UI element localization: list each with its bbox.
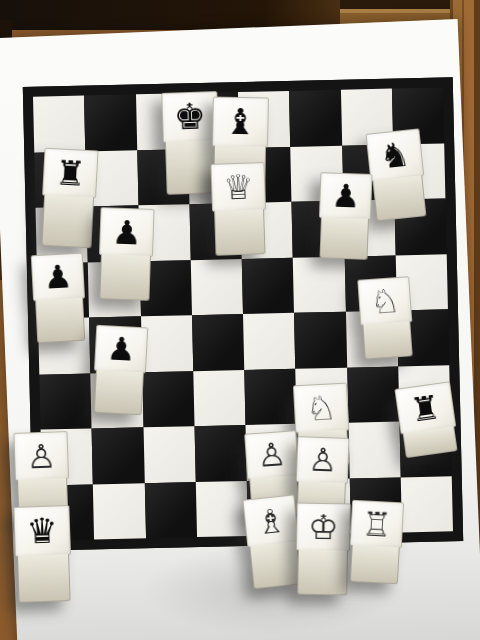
black-pawn-cube-b3: ♟ bbox=[92, 325, 147, 415]
white-bishop-cube-e1: ♗ bbox=[242, 495, 301, 590]
square-h1 bbox=[400, 476, 452, 533]
square-g2 bbox=[348, 421, 400, 478]
white-king-icon: ♔ bbox=[308, 510, 339, 545]
white-queen-cube-d6: ♕ bbox=[210, 162, 265, 256]
pawn-symbol-face: ♟ bbox=[319, 172, 373, 220]
white-queen-icon: ♕ bbox=[222, 169, 254, 204]
white-knight-icon: ♘ bbox=[369, 283, 401, 318]
king-symbol-face: ♚ bbox=[161, 91, 219, 143]
square-f4 bbox=[294, 312, 346, 369]
knight-symbol-face: ♘ bbox=[357, 276, 412, 326]
black-knight-icon: ♞ bbox=[378, 137, 412, 174]
square-e4 bbox=[243, 313, 295, 370]
knight-symbol-face: ♞ bbox=[366, 128, 425, 181]
rook-symbol-face: ♖ bbox=[350, 500, 404, 549]
square-d3 bbox=[193, 369, 245, 426]
cube-side-face bbox=[320, 217, 369, 260]
white-rook-cube-g1: ♖ bbox=[348, 500, 402, 585]
square-g3 bbox=[347, 366, 399, 423]
queen-symbol-face: ♛ bbox=[13, 505, 71, 557]
cube-side-face bbox=[372, 175, 426, 221]
black-king-icon: ♚ bbox=[173, 98, 207, 135]
white-pawn-icon: ♙ bbox=[26, 439, 57, 473]
king-symbol-face: ♔ bbox=[296, 503, 351, 552]
pawn-symbol-face: ♙ bbox=[13, 431, 69, 481]
square-a3 bbox=[39, 373, 91, 430]
square-e3 bbox=[244, 368, 296, 425]
cube-side-face bbox=[350, 545, 400, 584]
black-queen-cube-a1: ♛ bbox=[13, 505, 70, 603]
cube-side-face bbox=[17, 554, 71, 603]
black-pawn-cube-f6: ♟ bbox=[318, 172, 371, 260]
black-bishop-icon: ♝ bbox=[224, 104, 257, 141]
black-pawn-icon: ♟ bbox=[106, 332, 136, 365]
cube-side-face bbox=[99, 254, 151, 301]
black-pawn-icon: ♟ bbox=[111, 215, 142, 249]
white-pawn-icon: ♙ bbox=[256, 438, 287, 472]
pawn-symbol-face: ♟ bbox=[99, 207, 155, 257]
square-d4 bbox=[192, 314, 244, 371]
cube-side-face bbox=[94, 370, 144, 415]
square-d1 bbox=[196, 480, 248, 537]
cube-side-face bbox=[41, 195, 94, 249]
black-rook-icon: ♜ bbox=[408, 390, 442, 427]
cube-side-face bbox=[214, 209, 266, 256]
bishop-symbol-face: ♗ bbox=[242, 494, 299, 547]
black-rook-cube-a6: ♜ bbox=[39, 148, 96, 249]
square-c3 bbox=[142, 371, 194, 428]
square-b2 bbox=[92, 427, 144, 484]
black-rook-cube-h3: ♜ bbox=[394, 382, 457, 459]
cube-side-face bbox=[249, 541, 301, 589]
black-pawn-icon: ♟ bbox=[331, 180, 361, 213]
white-rook-icon: ♖ bbox=[361, 507, 392, 542]
pawn-symbol-face: ♟ bbox=[94, 325, 148, 374]
pawn-symbol-face: ♙ bbox=[244, 430, 299, 480]
white-pawn-icon: ♙ bbox=[308, 444, 338, 477]
rook-symbol-face: ♜ bbox=[42, 148, 98, 199]
black-knight-cube-g7: ♞ bbox=[366, 129, 427, 222]
square-e5 bbox=[242, 257, 294, 314]
cube-side-face bbox=[35, 298, 85, 343]
bishop-symbol-face: ♝ bbox=[212, 97, 269, 148]
knight-symbol-face: ♘ bbox=[293, 383, 349, 434]
square-b1 bbox=[93, 483, 145, 540]
black-pawn-cube-a4: ♟ bbox=[31, 253, 86, 343]
white-bishop-icon: ♗ bbox=[254, 503, 287, 539]
pawn-symbol-face: ♟ bbox=[31, 253, 85, 302]
pawn-symbol-face: ♙ bbox=[296, 436, 350, 484]
square-a8 bbox=[33, 96, 85, 153]
square-d2 bbox=[194, 425, 246, 482]
square-c2 bbox=[143, 426, 195, 483]
square-d5 bbox=[191, 259, 243, 316]
square-c4 bbox=[141, 315, 193, 372]
cube-side-face bbox=[297, 550, 348, 596]
square-c1 bbox=[144, 482, 196, 539]
black-rook-icon: ♜ bbox=[54, 155, 86, 191]
white-king-cube-f1: ♔ bbox=[295, 503, 349, 596]
black-queen-icon: ♛ bbox=[26, 513, 59, 549]
square-f5 bbox=[293, 256, 345, 313]
black-pawn-icon: ♟ bbox=[43, 260, 73, 293]
white-knight-cube-g4: ♘ bbox=[357, 276, 412, 359]
black-pawn-cube-b5: ♟ bbox=[97, 207, 152, 301]
white-knight-icon: ♘ bbox=[305, 390, 337, 426]
square-f8 bbox=[289, 90, 341, 147]
queen-symbol-face: ♕ bbox=[210, 162, 266, 212]
square-b8 bbox=[84, 94, 136, 151]
cube-side-face bbox=[362, 321, 412, 359]
